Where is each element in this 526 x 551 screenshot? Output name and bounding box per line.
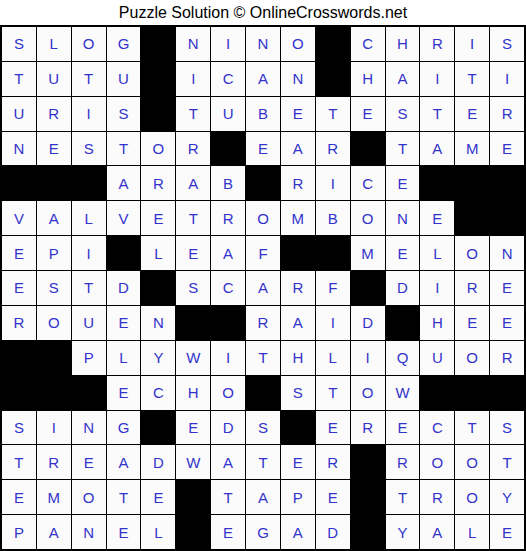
black-cell-r15c11 bbox=[351, 515, 385, 549]
letter-cell-r10c12[interactable]: Q bbox=[386, 341, 420, 375]
letter-cell-r9c1[interactable]: R bbox=[2, 306, 36, 340]
letter-cell-r14c2[interactable]: M bbox=[37, 480, 71, 514]
letter-cell-r12c10[interactable]: E bbox=[316, 411, 350, 445]
letter-cell-r13c14[interactable]: O bbox=[455, 445, 489, 479]
black-cell-r7c9 bbox=[281, 236, 315, 270]
letter-cell-r9c5[interactable]: N bbox=[141, 306, 175, 340]
black-cell-r5c15 bbox=[490, 166, 524, 200]
black-cell-r4c7 bbox=[211, 132, 245, 166]
letter-cell-r12c7[interactable]: D bbox=[211, 411, 245, 445]
black-cell-r13c11 bbox=[351, 445, 385, 479]
letter-cell-r6c8[interactable]: O bbox=[246, 201, 280, 235]
letter-cell-r9c14[interactable]: E bbox=[455, 306, 489, 340]
letter-cell-r13c7[interactable]: A bbox=[211, 445, 245, 479]
letter-cell-r3c8[interactable]: B bbox=[246, 97, 280, 131]
black-cell-r5c1 bbox=[2, 166, 36, 200]
letter-cell-r13c13[interactable]: O bbox=[420, 445, 454, 479]
black-cell-r2c10 bbox=[316, 62, 350, 96]
letter-cell-r14c9[interactable]: P bbox=[281, 480, 315, 514]
black-cell-r5c2 bbox=[37, 166, 71, 200]
letter-cell-r8c3[interactable]: T bbox=[72, 271, 106, 305]
black-cell-r9c6 bbox=[176, 306, 210, 340]
letter-cell-r13c1[interactable]: T bbox=[2, 445, 36, 479]
letter-cell-r8c8[interactable]: A bbox=[246, 271, 280, 305]
letter-cell-r6c13[interactable]: E bbox=[420, 201, 454, 235]
letter-cell-r7c12[interactable]: E bbox=[386, 236, 420, 270]
letter-cell-r15c2[interactable]: A bbox=[37, 515, 71, 549]
letter-cell-r1c15[interactable]: S bbox=[490, 27, 524, 61]
letter-cell-r2c14[interactable]: T bbox=[455, 62, 489, 96]
letter-cell-r1c2[interactable]: L bbox=[37, 27, 71, 61]
letter-cell-r4c14[interactable]: M bbox=[455, 132, 489, 166]
letter-cell-r1c9[interactable]: O bbox=[281, 27, 315, 61]
crossword-solution-page: Puzzle Solution © OnlineCrosswords.net S… bbox=[0, 0, 526, 551]
letter-cell-r6c4[interactable]: V bbox=[107, 201, 141, 235]
letter-cell-r13c6[interactable]: W bbox=[176, 445, 210, 479]
black-cell-r12c5 bbox=[141, 411, 175, 445]
letter-cell-r13c3[interactable]: E bbox=[72, 445, 106, 479]
letter-cell-r1c12[interactable]: H bbox=[386, 27, 420, 61]
letter-cell-r13c10[interactable]: R bbox=[316, 445, 350, 479]
letter-cell-r14c15[interactable]: Y bbox=[490, 480, 524, 514]
letter-cell-r11c11[interactable]: O bbox=[351, 376, 385, 410]
letter-cell-r12c15[interactable]: S bbox=[490, 411, 524, 445]
letter-cell-r7c5[interactable]: L bbox=[141, 236, 175, 270]
letter-cell-r5c12[interactable]: E bbox=[386, 166, 420, 200]
letter-cell-r13c4[interactable]: A bbox=[107, 445, 141, 479]
letter-cell-r6c5[interactable]: E bbox=[141, 201, 175, 235]
letter-cell-r6c11[interactable]: O bbox=[351, 201, 385, 235]
letter-cell-r10c15[interactable]: R bbox=[490, 341, 524, 375]
black-cell-r7c10 bbox=[316, 236, 350, 270]
letter-cell-r1c1[interactable]: S bbox=[2, 27, 36, 61]
letter-cell-r11c9[interactable]: S bbox=[281, 376, 315, 410]
letter-cell-r2c6[interactable]: I bbox=[176, 62, 210, 96]
black-cell-r1c5 bbox=[141, 27, 175, 61]
letter-cell-r14c3[interactable]: O bbox=[72, 480, 106, 514]
letter-cell-r4c8[interactable]: E bbox=[246, 132, 280, 166]
letter-cell-r2c4[interactable]: U bbox=[107, 62, 141, 96]
letter-cell-r9c2[interactable]: O bbox=[37, 306, 71, 340]
letter-cell-r3c11[interactable]: E bbox=[351, 97, 385, 131]
letter-cell-r9c9[interactable]: A bbox=[281, 306, 315, 340]
letter-cell-r10c5[interactable]: Y bbox=[141, 341, 175, 375]
letter-cell-r3c15[interactable]: R bbox=[490, 97, 524, 131]
letter-cell-r13c9[interactable]: E bbox=[281, 445, 315, 479]
letter-cell-r11c7[interactable]: O bbox=[211, 376, 245, 410]
letter-cell-r8c13[interactable]: I bbox=[420, 271, 454, 305]
letter-cell-r12c11[interactable]: R bbox=[351, 411, 385, 445]
letter-cell-r9c13[interactable]: H bbox=[420, 306, 454, 340]
letter-cell-r2c1[interactable]: T bbox=[2, 62, 36, 96]
black-cell-r15c6 bbox=[176, 515, 210, 549]
letter-cell-r7c3[interactable]: I bbox=[72, 236, 106, 270]
letter-cell-r11c5[interactable]: C bbox=[141, 376, 175, 410]
letter-cell-r11c12[interactable]: W bbox=[386, 376, 420, 410]
letter-cell-r1c8[interactable]: N bbox=[246, 27, 280, 61]
black-cell-r7c4 bbox=[107, 236, 141, 270]
letter-cell-r5c4[interactable]: A bbox=[107, 166, 141, 200]
letter-cell-r2c12[interactable]: A bbox=[386, 62, 420, 96]
letter-cell-r4c6[interactable]: R bbox=[176, 132, 210, 166]
letter-cell-r3c3[interactable]: I bbox=[72, 97, 106, 131]
page-title: Puzzle Solution © OnlineCrosswords.net bbox=[0, 0, 526, 25]
letter-cell-r15c10[interactable]: D bbox=[316, 515, 350, 549]
black-cell-r12c9 bbox=[281, 411, 315, 445]
letter-cell-r15c7[interactable]: E bbox=[211, 515, 245, 549]
letter-cell-r7c14[interactable]: O bbox=[455, 236, 489, 270]
letter-cell-r12c8[interactable]: S bbox=[246, 411, 280, 445]
letter-cell-r12c13[interactable]: C bbox=[420, 411, 454, 445]
letter-cell-r12c4[interactable]: G bbox=[107, 411, 141, 445]
letter-cell-r3c6[interactable]: T bbox=[176, 97, 210, 131]
crossword-grid: SLOGNINOCHRISTUTUICANHAITIURISTUBETESTER… bbox=[0, 25, 526, 551]
letter-cell-r8c15[interactable]: E bbox=[490, 271, 524, 305]
letter-cell-r2c7[interactable]: C bbox=[211, 62, 245, 96]
letter-cell-r2c8[interactable]: A bbox=[246, 62, 280, 96]
black-cell-r5c14 bbox=[455, 166, 489, 200]
letter-cell-r7c2[interactable]: P bbox=[37, 236, 71, 270]
letter-cell-r2c13[interactable]: I bbox=[420, 62, 454, 96]
letter-cell-r5c10[interactable]: I bbox=[316, 166, 350, 200]
letter-cell-r1c4[interactable]: G bbox=[107, 27, 141, 61]
letter-cell-r7c8[interactable]: F bbox=[246, 236, 280, 270]
letter-cell-r10c7[interactable]: I bbox=[211, 341, 245, 375]
letter-cell-r6c3[interactable]: L bbox=[72, 201, 106, 235]
letter-cell-r1c14[interactable]: I bbox=[455, 27, 489, 61]
letter-cell-r4c2[interactable]: E bbox=[37, 132, 71, 166]
letter-cell-r15c15[interactable]: E bbox=[490, 515, 524, 549]
letter-cell-r10c13[interactable]: U bbox=[420, 341, 454, 375]
black-cell-r6c14 bbox=[455, 201, 489, 235]
letter-cell-r3c7[interactable]: U bbox=[211, 97, 245, 131]
letter-cell-r6c1[interactable]: V bbox=[2, 201, 36, 235]
letter-cell-r3c4[interactable]: S bbox=[107, 97, 141, 131]
letter-cell-r8c6[interactable]: S bbox=[176, 271, 210, 305]
black-cell-r3c5 bbox=[141, 97, 175, 131]
letter-cell-r15c12[interactable]: Y bbox=[386, 515, 420, 549]
letter-cell-r12c3[interactable]: N bbox=[72, 411, 106, 445]
letter-cell-r3c14[interactable]: E bbox=[455, 97, 489, 131]
letter-cell-r2c15[interactable]: I bbox=[490, 62, 524, 96]
black-cell-r10c2 bbox=[37, 341, 71, 375]
letter-cell-r4c5[interactable]: O bbox=[141, 132, 175, 166]
letter-cell-r15c1[interactable]: P bbox=[2, 515, 36, 549]
letter-cell-r14c7[interactable]: T bbox=[211, 480, 245, 514]
black-cell-r9c12 bbox=[386, 306, 420, 340]
letter-cell-r1c11[interactable]: C bbox=[351, 27, 385, 61]
letter-cell-r8c4[interactable]: D bbox=[107, 271, 141, 305]
black-cell-r9c7 bbox=[211, 306, 245, 340]
letter-cell-r14c5[interactable]: E bbox=[141, 480, 175, 514]
letter-cell-r3c13[interactable]: T bbox=[420, 97, 454, 131]
letter-cell-r6c7[interactable]: R bbox=[211, 201, 245, 235]
letter-cell-r14c13[interactable]: R bbox=[420, 480, 454, 514]
letter-cell-r7c15[interactable]: N bbox=[490, 236, 524, 270]
letter-cell-r10c4[interactable]: L bbox=[107, 341, 141, 375]
letter-cell-r14c1[interactable]: E bbox=[2, 480, 36, 514]
letter-cell-r8c12[interactable]: D bbox=[386, 271, 420, 305]
letter-cell-r14c8[interactable]: A bbox=[246, 480, 280, 514]
letter-cell-r15c5[interactable]: L bbox=[141, 515, 175, 549]
black-cell-r5c8 bbox=[246, 166, 280, 200]
letter-cell-r7c1[interactable]: E bbox=[2, 236, 36, 270]
letter-cell-r3c1[interactable]: U bbox=[2, 97, 36, 131]
letter-cell-r4c3[interactable]: S bbox=[72, 132, 106, 166]
letter-cell-r9c3[interactable]: U bbox=[72, 306, 106, 340]
letter-cell-r1c13[interactable]: R bbox=[420, 27, 454, 61]
black-cell-r11c3 bbox=[72, 376, 106, 410]
letter-cell-r14c14[interactable]: O bbox=[455, 480, 489, 514]
letter-cell-r9c10[interactable]: I bbox=[316, 306, 350, 340]
black-cell-r11c14 bbox=[455, 376, 489, 410]
letter-cell-r3c12[interactable]: S bbox=[386, 97, 420, 131]
letter-cell-r3c10[interactable]: T bbox=[316, 97, 350, 131]
letter-cell-r13c12[interactable]: R bbox=[386, 445, 420, 479]
black-cell-r14c6 bbox=[176, 480, 210, 514]
black-cell-r8c11 bbox=[351, 271, 385, 305]
letter-cell-r15c13[interactable]: A bbox=[420, 515, 454, 549]
letter-cell-r3c2[interactable]: R bbox=[37, 97, 71, 131]
black-cell-r10c1 bbox=[2, 341, 36, 375]
letter-cell-r10c14[interactable]: O bbox=[455, 341, 489, 375]
letter-cell-r4c12[interactable]: T bbox=[386, 132, 420, 166]
letter-cell-r11c10[interactable]: T bbox=[316, 376, 350, 410]
letter-cell-r12c2[interactable]: I bbox=[37, 411, 71, 445]
black-cell-r6c15 bbox=[490, 201, 524, 235]
letter-cell-r1c7[interactable]: I bbox=[211, 27, 245, 61]
letter-cell-r6c10[interactable]: B bbox=[316, 201, 350, 235]
black-cell-r11c13 bbox=[420, 376, 454, 410]
black-cell-r11c2 bbox=[37, 376, 71, 410]
letter-cell-r12c12[interactable]: E bbox=[386, 411, 420, 445]
letter-cell-r1c3[interactable]: O bbox=[72, 27, 106, 61]
letter-cell-r15c3[interactable]: N bbox=[72, 515, 106, 549]
letter-cell-r9c4[interactable]: E bbox=[107, 306, 141, 340]
letter-cell-r15c14[interactable]: L bbox=[455, 515, 489, 549]
letter-cell-r4c9[interactable]: A bbox=[281, 132, 315, 166]
letter-cell-r11c6[interactable]: H bbox=[176, 376, 210, 410]
letter-cell-r7c13[interactable]: L bbox=[420, 236, 454, 270]
letter-cell-r10c11[interactable]: I bbox=[351, 341, 385, 375]
letter-cell-r13c5[interactable]: D bbox=[141, 445, 175, 479]
letter-cell-r4c15[interactable]: E bbox=[490, 132, 524, 166]
letter-cell-r9c15[interactable]: E bbox=[490, 306, 524, 340]
black-cell-r11c15 bbox=[490, 376, 524, 410]
letter-cell-r6c6[interactable]: T bbox=[176, 201, 210, 235]
letter-cell-r6c2[interactable]: A bbox=[37, 201, 71, 235]
letter-cell-r7c7[interactable]: A bbox=[211, 236, 245, 270]
letter-cell-r5c5[interactable]: R bbox=[141, 166, 175, 200]
black-cell-r4c11 bbox=[351, 132, 385, 166]
letter-cell-r4c4[interactable]: T bbox=[107, 132, 141, 166]
letter-cell-r10c8[interactable]: T bbox=[246, 341, 280, 375]
letter-cell-r12c14[interactable]: T bbox=[455, 411, 489, 445]
letter-cell-r14c10[interactable]: E bbox=[316, 480, 350, 514]
letter-cell-r2c9[interactable]: N bbox=[281, 62, 315, 96]
letter-cell-r13c2[interactable]: R bbox=[37, 445, 71, 479]
black-cell-r11c1 bbox=[2, 376, 36, 410]
letter-cell-r2c3[interactable]: T bbox=[72, 62, 106, 96]
letter-cell-r8c1[interactable]: E bbox=[2, 271, 36, 305]
letter-cell-r14c12[interactable]: T bbox=[386, 480, 420, 514]
letter-cell-r12c1[interactable]: S bbox=[2, 411, 36, 445]
letter-cell-r13c15[interactable]: T bbox=[490, 445, 524, 479]
black-cell-r5c3 bbox=[72, 166, 106, 200]
black-cell-r2c5 bbox=[141, 62, 175, 96]
letter-cell-r10c3[interactable]: P bbox=[72, 341, 106, 375]
letter-cell-r5c9[interactable]: R bbox=[281, 166, 315, 200]
letter-cell-r2c11[interactable]: H bbox=[351, 62, 385, 96]
black-cell-r1c10 bbox=[316, 27, 350, 61]
letter-cell-r5c11[interactable]: C bbox=[351, 166, 385, 200]
letter-cell-r8c10[interactable]: F bbox=[316, 271, 350, 305]
black-cell-r14c11 bbox=[351, 480, 385, 514]
black-cell-r11c8 bbox=[246, 376, 280, 410]
letter-cell-r8c2[interactable]: S bbox=[37, 271, 71, 305]
letter-cell-r8c9[interactable]: R bbox=[281, 271, 315, 305]
letter-cell-r15c8[interactable]: G bbox=[246, 515, 280, 549]
letter-cell-r5c7[interactable]: B bbox=[211, 166, 245, 200]
letter-cell-r12c6[interactable]: E bbox=[176, 411, 210, 445]
letter-cell-r7c11[interactable]: M bbox=[351, 236, 385, 270]
letter-cell-r9c8[interactable]: R bbox=[246, 306, 280, 340]
letter-cell-r4c10[interactable]: R bbox=[316, 132, 350, 166]
letter-cell-r4c1[interactable]: N bbox=[2, 132, 36, 166]
letter-cell-r6c9[interactable]: M bbox=[281, 201, 315, 235]
letter-cell-r10c6[interactable]: W bbox=[176, 341, 210, 375]
letter-cell-r8c7[interactable]: C bbox=[211, 271, 245, 305]
letter-cell-r13c8[interactable]: T bbox=[246, 445, 280, 479]
letter-cell-r15c9[interactable]: A bbox=[281, 515, 315, 549]
letter-cell-r2c2[interactable]: U bbox=[37, 62, 71, 96]
letter-cell-r10c9[interactable]: H bbox=[281, 341, 315, 375]
letter-cell-r3c9[interactable]: E bbox=[281, 97, 315, 131]
letter-cell-r6c12[interactable]: N bbox=[386, 201, 420, 235]
letter-cell-r10c10[interactable]: L bbox=[316, 341, 350, 375]
black-cell-r8c5 bbox=[141, 271, 175, 305]
letter-cell-r15c4[interactable]: E bbox=[107, 515, 141, 549]
black-cell-r5c13 bbox=[420, 166, 454, 200]
letter-cell-r4c13[interactable]: A bbox=[420, 132, 454, 166]
letter-cell-r14c4[interactable]: T bbox=[107, 480, 141, 514]
letter-cell-r5c6[interactable]: A bbox=[176, 166, 210, 200]
letter-cell-r7c6[interactable]: E bbox=[176, 236, 210, 270]
letter-cell-r8c14[interactable]: R bbox=[455, 271, 489, 305]
letter-cell-r11c4[interactable]: E bbox=[107, 376, 141, 410]
letter-cell-r9c11[interactable]: D bbox=[351, 306, 385, 340]
letter-cell-r1c6[interactable]: N bbox=[176, 27, 210, 61]
